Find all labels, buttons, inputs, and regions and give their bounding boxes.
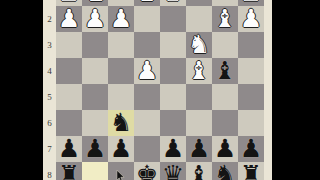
piece-black-rook-h8[interactable]: ♜ xyxy=(56,162,82,180)
square-d5[interactable] xyxy=(160,84,186,110)
square-d7[interactable]: ♟ xyxy=(160,136,186,162)
square-h2[interactable]: ♟ xyxy=(56,6,82,32)
square-e4[interactable]: ♟ xyxy=(134,58,160,84)
chess-page: 12345678 ♜♞♚♛♜♟♟♟♝♟♞♟♝♝♞♟♟♟♟♟♟♟♜♚♛♝♞♜ xyxy=(43,0,272,180)
square-c6[interactable] xyxy=(186,110,212,136)
piece-black-bishop-c8[interactable]: ♝ xyxy=(186,162,212,180)
square-c3[interactable]: ♞ xyxy=(186,32,212,58)
mouse-cursor-icon xyxy=(116,170,125,180)
piece-white-pawn-a2[interactable]: ♟ xyxy=(238,6,264,32)
square-d8[interactable]: ♛ xyxy=(160,162,186,180)
square-g7[interactable]: ♟ xyxy=(82,136,108,162)
square-a5[interactable] xyxy=(238,84,264,110)
square-h6[interactable] xyxy=(56,110,82,136)
rank-label-6: 6 xyxy=(43,117,56,129)
piece-black-knight-b8[interactable]: ♞ xyxy=(212,162,238,180)
square-f6[interactable]: ♞ xyxy=(108,110,134,136)
square-h8[interactable]: ♜ xyxy=(56,162,82,180)
piece-black-pawn-b7[interactable]: ♟ xyxy=(212,136,238,162)
square-c8[interactable]: ♝ xyxy=(186,162,212,180)
square-g8[interactable] xyxy=(82,162,108,180)
rank-label-8: 8 xyxy=(43,169,56,180)
rank-label-4: 4 xyxy=(43,65,56,77)
square-g6[interactable] xyxy=(82,110,108,136)
rank-label-5: 5 xyxy=(43,91,56,103)
square-c7[interactable]: ♟ xyxy=(186,136,212,162)
square-b4[interactable]: ♝ xyxy=(212,58,238,84)
square-b2[interactable]: ♝ xyxy=(212,6,238,32)
square-c4[interactable]: ♝ xyxy=(186,58,212,84)
letterbox-right xyxy=(272,0,320,180)
square-b7[interactable]: ♟ xyxy=(212,136,238,162)
square-g2[interactable]: ♟ xyxy=(82,6,108,32)
video-frame: 12345678 ♜♞♚♛♜♟♟♟♝♟♞♟♝♝♞♟♟♟♟♟♟♟♜♚♛♝♞♜ xyxy=(0,0,320,180)
letterbox-left xyxy=(0,0,43,180)
piece-white-bishop-b2[interactable]: ♝ xyxy=(212,6,238,32)
piece-white-knight-c3[interactable]: ♞ xyxy=(186,32,212,58)
square-e2[interactable] xyxy=(134,6,160,32)
square-c5[interactable] xyxy=(186,84,212,110)
square-d4[interactable] xyxy=(160,58,186,84)
piece-black-pawn-f7[interactable]: ♟ xyxy=(108,136,134,162)
piece-white-pawn-h2[interactable]: ♟ xyxy=(56,6,82,32)
square-b8[interactable]: ♞ xyxy=(212,162,238,180)
square-a6[interactable] xyxy=(238,110,264,136)
square-h5[interactable] xyxy=(56,84,82,110)
piece-white-pawn-e4[interactable]: ♟ xyxy=(134,58,160,84)
square-d6[interactable] xyxy=(160,110,186,136)
square-h4[interactable] xyxy=(56,58,82,84)
square-e7[interactable] xyxy=(134,136,160,162)
rank-label-7: 7 xyxy=(43,143,56,155)
square-e8[interactable]: ♚ xyxy=(134,162,160,180)
square-b3[interactable] xyxy=(212,32,238,58)
square-h3[interactable] xyxy=(56,32,82,58)
square-e5[interactable] xyxy=(134,84,160,110)
square-d2[interactable] xyxy=(160,6,186,32)
piece-white-bishop-c4[interactable]: ♝ xyxy=(186,58,212,84)
piece-black-pawn-d7[interactable]: ♟ xyxy=(160,136,186,162)
rank-label-3: 3 xyxy=(43,39,56,51)
square-c2[interactable] xyxy=(186,6,212,32)
piece-black-pawn-g7[interactable]: ♟ xyxy=(82,136,108,162)
piece-black-queen-d8[interactable]: ♛ xyxy=(160,162,186,180)
piece-black-bishop-b4[interactable]: ♝ xyxy=(212,58,238,84)
square-f5[interactable] xyxy=(108,84,134,110)
square-e6[interactable] xyxy=(134,110,160,136)
rank-label-2: 2 xyxy=(43,13,56,25)
chess-board[interactable]: ♜♞♚♛♜♟♟♟♝♟♞♟♝♝♞♟♟♟♟♟♟♟♜♚♛♝♞♜ xyxy=(56,0,264,180)
piece-black-knight-f6[interactable]: ♞ xyxy=(108,110,134,136)
square-g3[interactable] xyxy=(82,32,108,58)
square-h7[interactable]: ♟ xyxy=(56,136,82,162)
square-a2[interactable]: ♟ xyxy=(238,6,264,32)
square-f2[interactable]: ♟ xyxy=(108,6,134,32)
square-f7[interactable]: ♟ xyxy=(108,136,134,162)
piece-black-pawn-a7[interactable]: ♟ xyxy=(238,136,264,162)
square-b5[interactable] xyxy=(212,84,238,110)
square-f4[interactable] xyxy=(108,58,134,84)
square-a4[interactable] xyxy=(238,58,264,84)
piece-black-pawn-h7[interactable]: ♟ xyxy=(56,136,82,162)
piece-black-pawn-c7[interactable]: ♟ xyxy=(186,136,212,162)
square-e3[interactable] xyxy=(134,32,160,58)
square-g5[interactable] xyxy=(82,84,108,110)
square-a8[interactable]: ♜ xyxy=(238,162,264,180)
piece-black-king-e8[interactable]: ♚ xyxy=(134,162,160,180)
square-f3[interactable] xyxy=(108,32,134,58)
square-a3[interactable] xyxy=(238,32,264,58)
piece-white-pawn-f2[interactable]: ♟ xyxy=(108,6,134,32)
square-a7[interactable]: ♟ xyxy=(238,136,264,162)
square-d3[interactable] xyxy=(160,32,186,58)
piece-white-pawn-g2[interactable]: ♟ xyxy=(82,6,108,32)
square-g4[interactable] xyxy=(82,58,108,84)
piece-black-rook-a8[interactable]: ♜ xyxy=(238,162,264,180)
square-b6[interactable] xyxy=(212,110,238,136)
